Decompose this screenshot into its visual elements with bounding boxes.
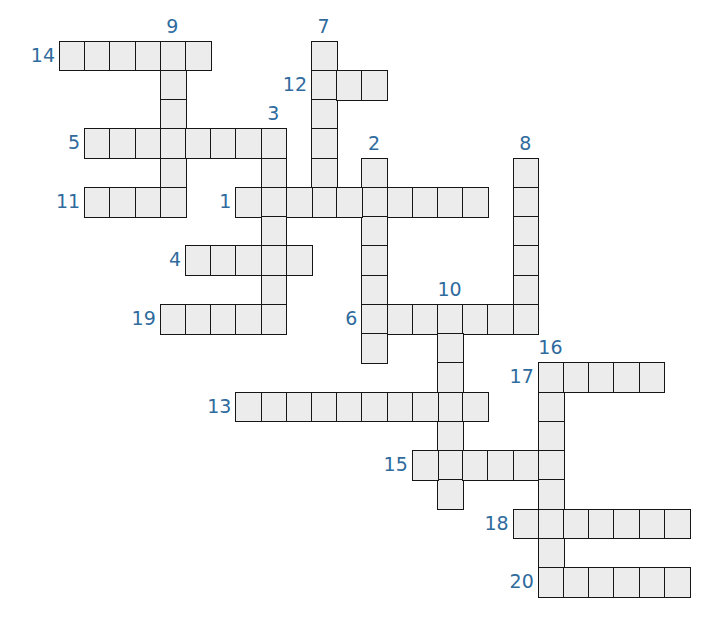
grid-cell[interactable]	[487, 450, 514, 481]
grid-cell[interactable]	[513, 245, 540, 276]
clue-number-6: 6	[303, 304, 357, 333]
grid-cell[interactable]	[513, 275, 540, 306]
grid-cell[interactable]	[59, 41, 86, 72]
clue-number-13: 13	[177, 392, 231, 421]
clue-number-17: 17	[480, 362, 534, 391]
grid-cell[interactable]	[84, 128, 111, 159]
grid-cell[interactable]	[437, 421, 464, 452]
grid-cell[interactable]	[588, 567, 615, 598]
clue-number-14: 14	[1, 41, 55, 70]
grid-cell[interactable]	[387, 392, 414, 423]
grid-cell[interactable]	[235, 304, 262, 335]
clue-number-10: 10	[420, 277, 480, 302]
grid-cell[interactable]	[361, 216, 388, 247]
clue-number-12: 12	[253, 70, 307, 99]
grid-cell[interactable]	[437, 392, 464, 423]
grid-cell[interactable]	[412, 450, 439, 481]
grid-cell[interactable]	[311, 99, 338, 130]
clue-number-18: 18	[455, 509, 509, 538]
grid-cell[interactable]	[109, 41, 136, 72]
grid-cell[interactable]	[185, 128, 212, 159]
grid-cell[interactable]	[613, 362, 640, 393]
grid-cell[interactable]	[361, 245, 388, 276]
grid-cell[interactable]	[185, 245, 212, 276]
clue-number-8: 8	[495, 131, 555, 156]
grid-cell[interactable]	[437, 333, 464, 364]
grid-cell[interactable]	[261, 275, 288, 306]
grid-cell[interactable]	[210, 245, 237, 276]
grid-cell[interactable]	[563, 362, 590, 393]
grid-cell[interactable]	[513, 450, 540, 481]
grid-cell[interactable]	[135, 41, 162, 72]
grid-cell[interactable]	[361, 70, 388, 101]
grid-cell[interactable]	[84, 187, 111, 218]
clue-number-2: 2	[344, 131, 404, 156]
clue-number-5: 5	[26, 128, 80, 157]
grid-cell[interactable]	[563, 509, 590, 540]
crossword-board: 1497125328111419610171613151820	[0, 0, 726, 620]
grid-cell[interactable]	[160, 41, 187, 72]
grid-cell[interactable]	[336, 187, 363, 218]
grid-cell[interactable]	[361, 333, 388, 364]
grid-cell[interactable]	[538, 392, 565, 423]
grid-cell[interactable]	[84, 41, 111, 72]
grid-cell[interactable]	[135, 128, 162, 159]
clue-number-16: 16	[520, 335, 580, 360]
grid-cell[interactable]	[639, 362, 666, 393]
grid-cell[interactable]	[311, 187, 338, 218]
grid-cell[interactable]	[135, 187, 162, 218]
grid-cell[interactable]	[437, 304, 464, 335]
grid-cell[interactable]	[261, 158, 288, 189]
grid-cell[interactable]	[639, 509, 666, 540]
grid-cell[interactable]	[412, 304, 439, 335]
grid-cell[interactable]	[361, 158, 388, 189]
grid-cell[interactable]	[613, 509, 640, 540]
grid-cell[interactable]	[311, 41, 338, 72]
grid-cell[interactable]	[311, 392, 338, 423]
grid-cell[interactable]	[286, 392, 313, 423]
clue-number-19: 19	[102, 304, 156, 333]
grid-cell[interactable]	[160, 158, 187, 189]
grid-cell[interactable]	[361, 392, 388, 423]
grid-cell[interactable]	[462, 187, 489, 218]
grid-cell[interactable]	[160, 128, 187, 159]
grid-cell[interactable]	[487, 304, 514, 335]
grid-cell[interactable]	[513, 509, 540, 540]
grid-cell[interactable]	[261, 128, 288, 159]
clue-number-9: 9	[142, 14, 202, 39]
grid-cell[interactable]	[462, 450, 489, 481]
grid-cell[interactable]	[160, 187, 187, 218]
grid-cell[interactable]	[563, 567, 590, 598]
grid-cell[interactable]	[261, 392, 288, 423]
grid-cell[interactable]	[336, 70, 363, 101]
grid-cell[interactable]	[235, 128, 262, 159]
grid-cell[interactable]	[210, 304, 237, 335]
grid-cell[interactable]	[664, 509, 691, 540]
grid-cell[interactable]	[513, 187, 540, 218]
grid-cell[interactable]	[311, 158, 338, 189]
grid-cell[interactable]	[664, 567, 691, 598]
grid-cell[interactable]	[109, 128, 136, 159]
grid-cell[interactable]	[538, 450, 565, 481]
grid-cell[interactable]	[538, 567, 565, 598]
grid-cell[interactable]	[538, 509, 565, 540]
grid-cell[interactable]	[235, 392, 262, 423]
grid-cell[interactable]	[387, 304, 414, 335]
grid-cell[interactable]	[109, 187, 136, 218]
grid-cell[interactable]	[387, 187, 414, 218]
grid-cell[interactable]	[261, 216, 288, 247]
grid-cell[interactable]	[261, 245, 288, 276]
clue-number-7: 7	[294, 14, 354, 39]
grid-cell[interactable]	[160, 70, 187, 101]
grid-cell[interactable]	[311, 70, 338, 101]
grid-cell[interactable]	[538, 538, 565, 569]
clue-number-4: 4	[127, 245, 181, 274]
clue-number-3: 3	[243, 101, 303, 126]
clue-number-20: 20	[480, 567, 534, 596]
grid-cell[interactable]	[235, 187, 262, 218]
grid-cell[interactable]	[437, 362, 464, 393]
grid-cell[interactable]	[286, 245, 313, 276]
grid-cell[interactable]	[462, 304, 489, 335]
grid-cell[interactable]	[462, 392, 489, 423]
grid-cell[interactable]	[513, 216, 540, 247]
grid-cell[interactable]	[311, 128, 338, 159]
grid-cell[interactable]	[361, 304, 388, 335]
grid-cell[interactable]	[185, 41, 212, 72]
grid-cell[interactable]	[210, 128, 237, 159]
grid-cell[interactable]	[160, 99, 187, 130]
clue-number-15: 15	[354, 450, 408, 479]
grid-cell[interactable]	[286, 187, 313, 218]
grid-cell[interactable]	[412, 392, 439, 423]
grid-cell[interactable]	[538, 362, 565, 393]
grid-cell[interactable]	[261, 304, 288, 335]
grid-cell[interactable]	[437, 450, 464, 481]
grid-cell[interactable]	[588, 509, 615, 540]
grid-cell[interactable]	[361, 275, 388, 306]
grid-cell[interactable]	[437, 187, 464, 218]
grid-cell[interactable]	[588, 362, 615, 393]
grid-cell[interactable]	[235, 245, 262, 276]
grid-cell[interactable]	[336, 392, 363, 423]
grid-cell[interactable]	[412, 187, 439, 218]
grid-cell[interactable]	[639, 567, 666, 598]
grid-cell[interactable]	[261, 187, 288, 218]
grid-cell[interactable]	[160, 304, 187, 335]
grid-cell[interactable]	[613, 567, 640, 598]
grid-cell[interactable]	[361, 187, 388, 218]
clue-number-11: 11	[26, 187, 80, 216]
grid-cell[interactable]	[437, 479, 464, 510]
grid-cell[interactable]	[185, 304, 212, 335]
grid-cell[interactable]	[513, 304, 540, 335]
grid-cell[interactable]	[538, 479, 565, 510]
grid-cell[interactable]	[538, 421, 565, 452]
grid-cell[interactable]	[513, 158, 540, 189]
